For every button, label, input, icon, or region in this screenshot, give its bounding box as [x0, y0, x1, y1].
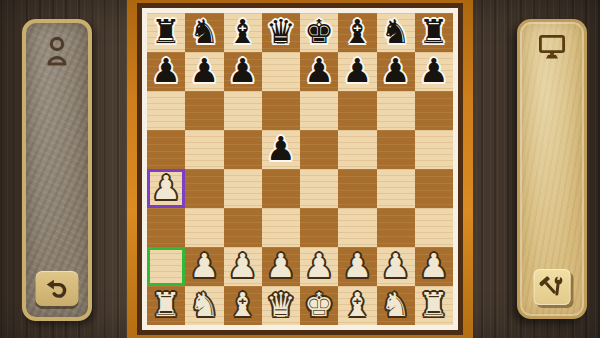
square-a1[interactable]: ♜	[147, 286, 185, 325]
black-king-e8[interactable]: ♚	[304, 15, 334, 48]
square-g2[interactable]: ♟	[377, 247, 415, 286]
square-c5[interactable]	[224, 130, 262, 169]
square-a8[interactable]: ♜	[147, 13, 185, 52]
square-h2[interactable]: ♟	[415, 247, 453, 286]
square-a5[interactable]	[147, 130, 185, 169]
square-a6[interactable]	[147, 91, 185, 130]
white-pawn-e2[interactable]: ♟	[304, 249, 334, 282]
black-pawn-g7[interactable]: ♟	[381, 54, 411, 87]
square-h5[interactable]	[415, 130, 453, 169]
chess-board: ♜♞♝♛♚♝♞♜♟♟♟♟♟♟♟♟♟♟♟♟♟♟♟♟♜♞♝♛♚♝♞♜	[127, 0, 473, 338]
square-g3[interactable]	[377, 208, 415, 247]
square-f1[interactable]: ♝	[338, 286, 376, 325]
black-pawn-a7[interactable]: ♟	[151, 54, 181, 87]
square-e5[interactable]	[300, 130, 338, 169]
square-d5[interactable]: ♟	[262, 130, 300, 169]
computer-panel	[517, 19, 587, 319]
square-b1[interactable]: ♞	[185, 286, 223, 325]
white-pawn-f2[interactable]: ♟	[343, 249, 373, 282]
square-a4[interactable]: ♟	[147, 169, 185, 208]
square-c1[interactable]: ♝	[224, 286, 262, 325]
black-rook-h8[interactable]: ♜	[419, 15, 449, 48]
square-c8[interactable]: ♝	[224, 13, 262, 52]
square-f3[interactable]	[338, 208, 376, 247]
monitor-icon	[538, 34, 566, 60]
black-knight-g8[interactable]: ♞	[381, 15, 411, 48]
black-queen-d8[interactable]: ♛	[266, 15, 296, 48]
black-pawn-b7[interactable]: ♟	[190, 54, 220, 87]
white-queen-d1[interactable]: ♛	[266, 288, 296, 321]
white-knight-b1[interactable]: ♞	[190, 288, 220, 321]
white-knight-g1[interactable]: ♞	[381, 288, 411, 321]
square-h6[interactable]	[415, 91, 453, 130]
black-pawn-d5[interactable]: ♟	[266, 132, 296, 165]
square-h4[interactable]	[415, 169, 453, 208]
white-rook-h1[interactable]: ♜	[419, 288, 449, 321]
black-pawn-e7[interactable]: ♟	[304, 54, 334, 87]
square-d8[interactable]: ♛	[262, 13, 300, 52]
square-f4[interactable]	[338, 169, 376, 208]
square-c3[interactable]	[224, 208, 262, 247]
square-b4[interactable]	[185, 169, 223, 208]
square-h8[interactable]: ♜	[415, 13, 453, 52]
white-pawn-g2[interactable]: ♟	[381, 249, 411, 282]
black-pawn-c7[interactable]: ♟	[228, 54, 258, 87]
player-panel	[22, 19, 92, 321]
square-c4[interactable]	[224, 169, 262, 208]
square-f2[interactable]: ♟	[338, 247, 376, 286]
square-b5[interactable]	[185, 130, 223, 169]
square-g4[interactable]	[377, 169, 415, 208]
square-g1[interactable]: ♞	[377, 286, 415, 325]
board-squares: ♜♞♝♛♚♝♞♜♟♟♟♟♟♟♟♟♟♟♟♟♟♟♟♟♜♞♝♛♚♝♞♜	[147, 13, 453, 325]
white-rook-a1[interactable]: ♜	[151, 288, 181, 321]
square-g5[interactable]	[377, 130, 415, 169]
chess-app: ♜♞♝♛♚♝♞♜♟♟♟♟♟♟♟♟♟♟♟♟♟♟♟♟♜♞♝♛♚♝♞♜	[0, 0, 600, 338]
square-g8[interactable]: ♞	[377, 13, 415, 52]
square-e7[interactable]: ♟	[300, 52, 338, 91]
white-bishop-f1[interactable]: ♝	[343, 288, 373, 321]
hammer-wrench-icon	[539, 274, 565, 300]
square-b8[interactable]: ♞	[185, 13, 223, 52]
square-d1[interactable]: ♛	[262, 286, 300, 325]
square-c6[interactable]	[224, 91, 262, 130]
black-pawn-h7[interactable]: ♟	[419, 54, 449, 87]
white-pawn-h2[interactable]: ♟	[419, 249, 449, 282]
board-frame: ♜♞♝♛♚♝♞♜♟♟♟♟♟♟♟♟♟♟♟♟♟♟♟♟♜♞♝♛♚♝♞♜	[137, 3, 463, 335]
square-d2[interactable]: ♟	[262, 247, 300, 286]
white-pawn-a4[interactable]: ♟	[151, 171, 181, 204]
square-f6[interactable]	[338, 91, 376, 130]
board-inner-frame: ♜♞♝♛♚♝♞♜♟♟♟♟♟♟♟♟♟♟♟♟♟♟♟♟♜♞♝♛♚♝♞♜	[142, 8, 458, 330]
square-b2[interactable]: ♟	[185, 247, 223, 286]
square-d6[interactable]	[262, 91, 300, 130]
square-e6[interactable]	[300, 91, 338, 130]
black-pawn-f7[interactable]: ♟	[343, 54, 373, 87]
settings-button[interactable]	[534, 269, 571, 305]
square-d4[interactable]	[262, 169, 300, 208]
square-h1[interactable]: ♜	[415, 286, 453, 325]
square-g6[interactable]	[377, 91, 415, 130]
square-b7[interactable]: ♟	[185, 52, 223, 91]
square-c7[interactable]: ♟	[224, 52, 262, 91]
square-f5[interactable]	[338, 130, 376, 169]
square-f8[interactable]: ♝	[338, 13, 376, 52]
white-king-e1[interactable]: ♚	[304, 288, 334, 321]
undo-button[interactable]	[36, 271, 79, 306]
black-rook-a8[interactable]: ♜	[151, 15, 181, 48]
black-bishop-c8[interactable]: ♝	[228, 15, 258, 48]
square-b3[interactable]	[185, 208, 223, 247]
square-e1[interactable]: ♚	[300, 286, 338, 325]
undo-icon	[44, 277, 70, 301]
white-pawn-b2[interactable]: ♟	[190, 249, 220, 282]
person-icon	[44, 35, 70, 67]
white-pawn-c2[interactable]: ♟	[228, 249, 258, 282]
square-e8[interactable]: ♚	[300, 13, 338, 52]
square-f7[interactable]: ♟	[338, 52, 376, 91]
square-d3[interactable]	[262, 208, 300, 247]
square-e3[interactable]	[300, 208, 338, 247]
square-h3[interactable]	[415, 208, 453, 247]
square-e2[interactable]: ♟	[300, 247, 338, 286]
square-a7[interactable]: ♟	[147, 52, 185, 91]
white-bishop-c1[interactable]: ♝	[228, 288, 258, 321]
black-bishop-f8[interactable]: ♝	[343, 15, 373, 48]
black-knight-b8[interactable]: ♞	[190, 15, 220, 48]
square-e4[interactable]	[300, 169, 338, 208]
square-g7[interactable]: ♟	[377, 52, 415, 91]
white-pawn-d2[interactable]: ♟	[266, 249, 296, 282]
square-a3[interactable]	[147, 208, 185, 247]
square-a2[interactable]	[147, 247, 185, 286]
square-c2[interactable]: ♟	[224, 247, 262, 286]
square-h7[interactable]: ♟	[415, 52, 453, 91]
square-d7[interactable]	[262, 52, 300, 91]
square-b6[interactable]	[185, 91, 223, 130]
